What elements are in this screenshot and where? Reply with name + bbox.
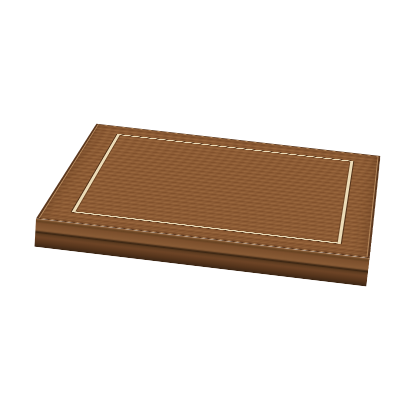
chessboard	[36, 124, 380, 259]
product-photo-scene	[0, 0, 400, 400]
chessboard-grid	[75, 135, 350, 242]
board-perspective-wrapper	[53, 17, 389, 353]
